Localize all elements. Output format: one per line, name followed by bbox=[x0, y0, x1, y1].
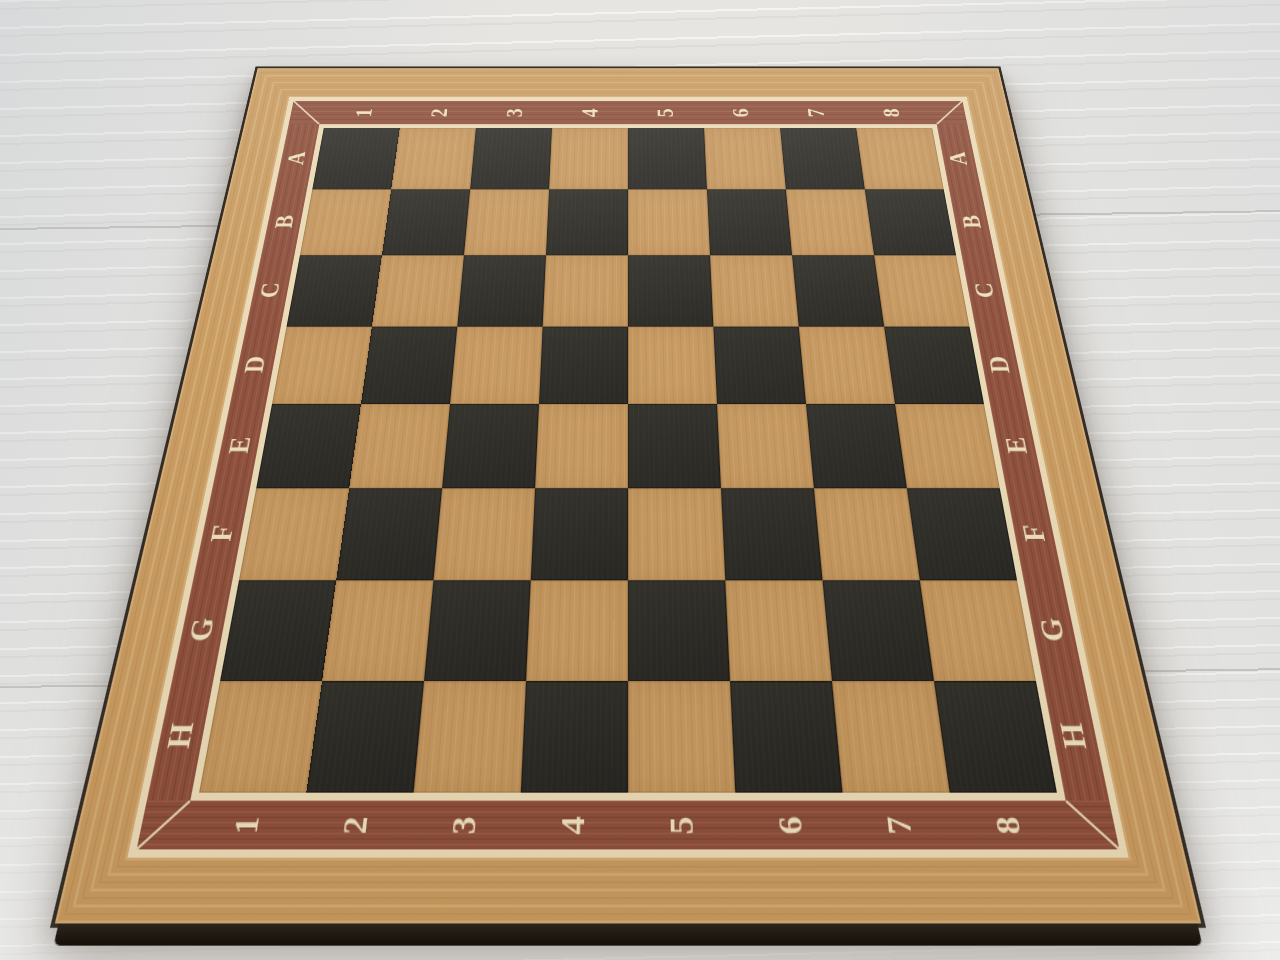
square-B1[interactable] bbox=[300, 189, 391, 255]
frame-top bbox=[251, 68, 1005, 97]
square-B8[interactable] bbox=[865, 189, 956, 255]
square-E4[interactable] bbox=[535, 404, 628, 488]
square-G3[interactable] bbox=[424, 580, 531, 681]
square-H3[interactable] bbox=[414, 681, 526, 792]
frame-bottom bbox=[55, 858, 1201, 924]
square-C1[interactable] bbox=[287, 255, 382, 326]
square-A8[interactable] bbox=[856, 128, 944, 189]
square-E2[interactable] bbox=[349, 404, 450, 488]
square-H8[interactable] bbox=[934, 681, 1057, 792]
square-G6[interactable] bbox=[725, 580, 832, 681]
square-G8[interactable] bbox=[920, 580, 1036, 681]
square-D1[interactable] bbox=[272, 327, 372, 404]
square-F7[interactable] bbox=[814, 488, 920, 580]
square-C6[interactable] bbox=[710, 255, 799, 326]
playing-area bbox=[199, 128, 1057, 792]
square-G7[interactable] bbox=[823, 580, 934, 681]
coordinate-band-bottom bbox=[137, 801, 1120, 850]
square-D5[interactable] bbox=[628, 327, 717, 404]
photo-scene: 12345678 12345678 ABCDEFGH ABCDEFGH bbox=[0, 0, 1280, 960]
square-E7[interactable] bbox=[806, 404, 907, 488]
square-D7[interactable] bbox=[799, 327, 895, 404]
square-D4[interactable] bbox=[539, 327, 628, 404]
square-H5[interactable] bbox=[628, 681, 735, 792]
square-F4[interactable] bbox=[531, 488, 628, 580]
square-A3[interactable] bbox=[470, 128, 552, 189]
square-D2[interactable] bbox=[361, 327, 457, 404]
square-B4[interactable] bbox=[546, 189, 628, 255]
square-D6[interactable] bbox=[713, 327, 806, 404]
square-H1[interactable] bbox=[199, 681, 322, 792]
square-F2[interactable] bbox=[336, 488, 442, 580]
square-F1[interactable] bbox=[239, 488, 349, 580]
square-C5[interactable] bbox=[628, 255, 713, 326]
square-B7[interactable] bbox=[786, 189, 874, 255]
square-D8[interactable] bbox=[884, 327, 984, 404]
coordinate-band-top bbox=[289, 101, 968, 124]
square-B3[interactable] bbox=[464, 189, 549, 255]
square-B5[interactable] bbox=[628, 189, 710, 255]
square-H7[interactable] bbox=[832, 681, 950, 792]
square-A1[interactable] bbox=[312, 128, 400, 189]
square-G4[interactable] bbox=[526, 580, 628, 681]
square-C2[interactable] bbox=[372, 255, 464, 326]
square-A2[interactable] bbox=[391, 128, 476, 189]
square-F3[interactable] bbox=[433, 488, 535, 580]
square-C4[interactable] bbox=[543, 255, 628, 326]
square-A5[interactable] bbox=[628, 128, 707, 189]
square-A6[interactable] bbox=[704, 128, 786, 189]
square-H2[interactable] bbox=[306, 681, 424, 792]
square-C8[interactable] bbox=[874, 255, 969, 326]
square-B6[interactable] bbox=[707, 189, 792, 255]
square-E5[interactable] bbox=[628, 404, 721, 488]
square-A7[interactable] bbox=[780, 128, 865, 189]
square-G1[interactable] bbox=[220, 580, 336, 681]
square-E6[interactable] bbox=[717, 404, 814, 488]
square-F8[interactable] bbox=[907, 488, 1017, 580]
square-C7[interactable] bbox=[792, 255, 884, 326]
square-C3[interactable] bbox=[457, 255, 546, 326]
square-E3[interactable] bbox=[442, 404, 539, 488]
square-D3[interactable] bbox=[450, 327, 543, 404]
square-G5[interactable] bbox=[628, 580, 730, 681]
square-B2[interactable] bbox=[382, 189, 470, 255]
square-H4[interactable] bbox=[521, 681, 628, 792]
square-E8[interactable] bbox=[895, 404, 1000, 488]
square-G2[interactable] bbox=[322, 580, 433, 681]
board-side-edge bbox=[53, 923, 1202, 945]
square-F6[interactable] bbox=[721, 488, 823, 580]
square-F5[interactable] bbox=[628, 488, 725, 580]
square-H6[interactable] bbox=[730, 681, 842, 792]
square-E1[interactable] bbox=[256, 404, 361, 488]
square-A4[interactable] bbox=[549, 128, 628, 189]
